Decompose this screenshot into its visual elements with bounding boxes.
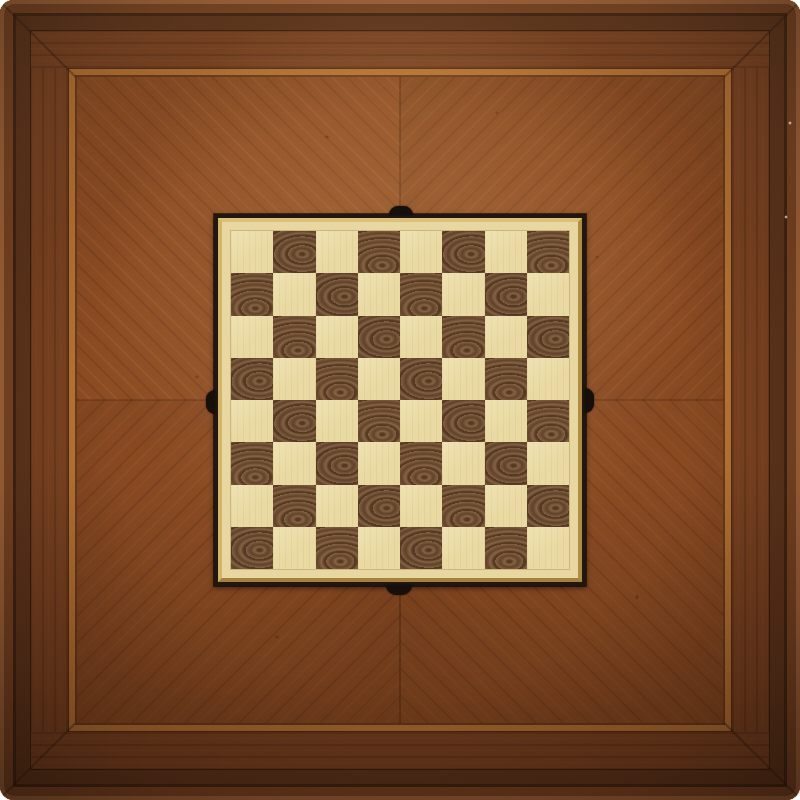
board-square-r2c4[interactable]	[358, 273, 400, 315]
board-square-r6c2[interactable]	[273, 442, 315, 484]
board-square-r1c7[interactable]	[485, 231, 527, 273]
board-square-r6c8[interactable]	[527, 442, 569, 484]
board-square-r7c2[interactable]	[273, 485, 315, 527]
board-square-r8c2[interactable]	[273, 527, 315, 569]
specular-glint	[784, 215, 788, 219]
board-square-r5c5[interactable]	[400, 400, 442, 442]
board-square-r2c2[interactable]	[273, 273, 315, 315]
game-table-top	[0, 0, 800, 800]
board-square-r4c8[interactable]	[527, 358, 569, 400]
board-square-r4c4[interactable]	[358, 358, 400, 400]
board-square-r5c8[interactable]	[527, 400, 569, 442]
board-square-r3c3[interactable]	[316, 316, 358, 358]
board-square-r5c6[interactable]	[442, 400, 484, 442]
board-square-r4c3[interactable]	[316, 358, 358, 400]
board-square-r7c8[interactable]	[527, 485, 569, 527]
border-band-grain-left	[30, 68, 68, 732]
board-square-r1c8[interactable]	[527, 231, 569, 273]
board-square-r3c2[interactable]	[273, 316, 315, 358]
specular-glint	[788, 121, 792, 125]
board-square-r8c4[interactable]	[358, 527, 400, 569]
board-square-r5c1[interactable]	[231, 400, 273, 442]
board-square-r4c5[interactable]	[400, 358, 442, 400]
board-square-r1c3[interactable]	[316, 231, 358, 273]
board-square-r2c3[interactable]	[316, 273, 358, 315]
board-square-r6c6[interactable]	[442, 442, 484, 484]
board-square-r3c1[interactable]	[231, 316, 273, 358]
board-square-r8c8[interactable]	[527, 527, 569, 569]
board-square-r1c1[interactable]	[231, 231, 273, 273]
board-square-r2c6[interactable]	[442, 273, 484, 315]
board-square-r5c7[interactable]	[485, 400, 527, 442]
board-square-r8c5[interactable]	[400, 527, 442, 569]
board-bevel-border	[218, 218, 582, 582]
board-clip-top	[389, 206, 413, 215]
board-square-r3c6[interactable]	[442, 316, 484, 358]
board-square-r2c1[interactable]	[231, 273, 273, 315]
board-square-r1c2[interactable]	[273, 231, 315, 273]
border-band-grain-bottom	[30, 732, 770, 770]
board-square-r7c6[interactable]	[442, 485, 484, 527]
board-square-r2c7[interactable]	[485, 273, 527, 315]
board-square-r1c5[interactable]	[400, 231, 442, 273]
board-square-r4c1[interactable]	[231, 358, 273, 400]
border-band-grain-top	[30, 30, 770, 68]
board-square-r4c2[interactable]	[273, 358, 315, 400]
border-band-grain-right	[732, 68, 770, 732]
board-square-r7c5[interactable]	[400, 485, 442, 527]
board-square-r3c8[interactable]	[527, 316, 569, 358]
board-square-r1c4[interactable]	[358, 231, 400, 273]
board-clip-left	[206, 390, 215, 414]
board-square-r1c6[interactable]	[442, 231, 484, 273]
board-square-r8c1[interactable]	[231, 527, 273, 569]
board-square-r7c4[interactable]	[358, 485, 400, 527]
board-square-r6c4[interactable]	[358, 442, 400, 484]
board-square-r5c3[interactable]	[316, 400, 358, 442]
board-square-r6c1[interactable]	[231, 442, 273, 484]
board-square-r6c5[interactable]	[400, 442, 442, 484]
board-square-r5c4[interactable]	[358, 400, 400, 442]
board-square-r8c3[interactable]	[316, 527, 358, 569]
board-square-r5c2[interactable]	[273, 400, 315, 442]
board-square-r7c1[interactable]	[231, 485, 273, 527]
board-square-r4c6[interactable]	[442, 358, 484, 400]
board-square-r3c4[interactable]	[358, 316, 400, 358]
board-square-r6c7[interactable]	[485, 442, 527, 484]
board-square-r8c7[interactable]	[485, 527, 527, 569]
board-square-r2c5[interactable]	[400, 273, 442, 315]
board-square-r4c7[interactable]	[485, 358, 527, 400]
board-square-r2c8[interactable]	[527, 273, 569, 315]
board-square-r6c3[interactable]	[316, 442, 358, 484]
board-square-r3c5[interactable]	[400, 316, 442, 358]
chessboard	[214, 214, 586, 586]
board-square-r3c7[interactable]	[485, 316, 527, 358]
board-square-r8c6[interactable]	[442, 527, 484, 569]
photo-background	[0, 0, 800, 800]
board-square-r7c3[interactable]	[316, 485, 358, 527]
board-grid	[231, 231, 569, 569]
board-square-r7c7[interactable]	[485, 485, 527, 527]
